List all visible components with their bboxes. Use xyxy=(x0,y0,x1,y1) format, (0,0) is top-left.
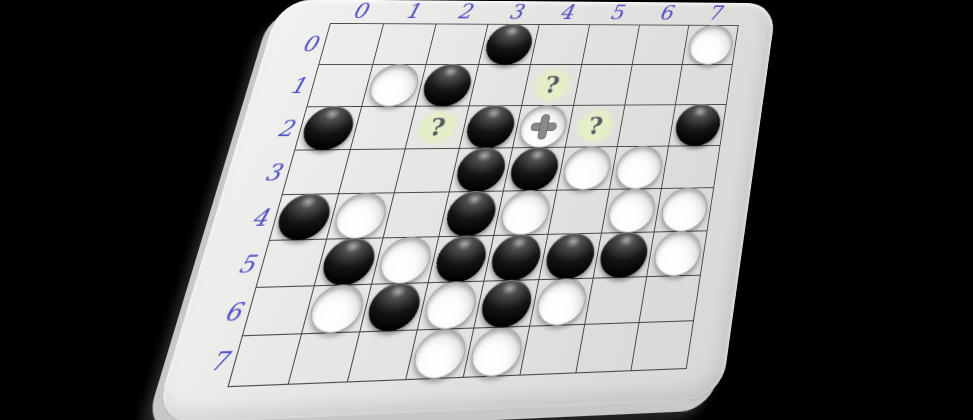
black-disc xyxy=(419,64,475,107)
question-mark-icon: ? xyxy=(586,114,605,138)
cell-5-4 xyxy=(484,235,548,282)
cell-0-6[interactable] xyxy=(633,25,689,65)
cell-7-4 xyxy=(464,327,530,377)
cell-0-3 xyxy=(479,25,539,65)
white-disc xyxy=(658,187,710,232)
black-disc xyxy=(596,232,650,279)
cell-6-7[interactable] xyxy=(639,276,699,323)
white-disc xyxy=(686,25,735,65)
cell-1-6[interactable] xyxy=(625,65,682,106)
cell-6-4 xyxy=(474,280,539,328)
column-label-2: 2 xyxy=(436,0,493,23)
cell-6-6[interactable] xyxy=(585,277,647,325)
white-disc xyxy=(533,278,590,327)
cell-2-3 xyxy=(460,106,522,149)
white-disc xyxy=(467,326,526,377)
white-disc xyxy=(421,281,481,331)
column-label-6: 6 xyxy=(639,1,692,24)
column-label-7: 7 xyxy=(689,2,741,24)
white-disc xyxy=(305,284,368,334)
cell-2-7 xyxy=(669,105,726,147)
white-disc xyxy=(605,188,659,234)
hint-move[interactable]: ? xyxy=(524,64,580,106)
column-label-5: 5 xyxy=(589,1,643,24)
cell-0-2[interactable] xyxy=(426,24,488,65)
cell-3-4 xyxy=(504,148,566,192)
cell-5-6 xyxy=(594,232,655,278)
column-labels: 01234567 xyxy=(330,0,740,24)
cell-1-5[interactable] xyxy=(574,65,633,106)
cell-3-6 xyxy=(610,147,669,190)
white-disc xyxy=(516,105,571,148)
white-disc xyxy=(613,146,666,190)
cell-0-4[interactable] xyxy=(531,25,590,65)
othello-app: 01234567 01234567 ??? xyxy=(0,0,973,420)
black-disc xyxy=(482,24,536,65)
cell-1-3[interactable] xyxy=(469,65,530,106)
cell-4-4 xyxy=(494,191,557,236)
cell-4-3 xyxy=(439,192,504,238)
black-disc xyxy=(542,233,598,280)
cell-0-7 xyxy=(683,26,738,65)
question-mark-icon: ? xyxy=(542,73,561,97)
last-move-marker xyxy=(517,106,569,147)
cell-3-5 xyxy=(557,147,618,191)
cell-5-5 xyxy=(539,234,601,280)
white-disc xyxy=(560,146,614,190)
cell-7-7[interactable] xyxy=(632,321,693,370)
cell-0-5[interactable] xyxy=(582,25,640,65)
cell-2-6[interactable] xyxy=(618,105,676,147)
hint-move[interactable]: ? xyxy=(568,105,623,148)
cell-2-4 xyxy=(513,106,574,148)
black-disc xyxy=(463,105,519,149)
cell-7-6[interactable] xyxy=(576,323,639,372)
black-disc xyxy=(432,235,491,283)
black-disc xyxy=(477,279,535,328)
column-label-4: 4 xyxy=(539,0,594,23)
black-disc xyxy=(363,282,424,332)
white-disc xyxy=(650,230,703,277)
cell-4-6 xyxy=(602,189,662,234)
cell-1-4[interactable]: ? xyxy=(522,65,582,106)
black-disc xyxy=(453,147,510,192)
column-label-1: 1 xyxy=(383,0,441,23)
hint-move[interactable]: ? xyxy=(407,105,466,149)
white-disc xyxy=(365,64,423,107)
white-disc xyxy=(497,190,553,236)
cell-2-5[interactable]: ? xyxy=(566,105,626,147)
white-disc xyxy=(375,236,435,284)
cell-4-5[interactable] xyxy=(548,190,609,235)
othello-board: 01234567 01234567 ??? xyxy=(228,23,737,385)
black-disc xyxy=(507,147,562,192)
cell-1-2 xyxy=(416,65,479,107)
column-label-0: 0 xyxy=(330,0,389,22)
black-disc xyxy=(298,106,358,151)
cell-6-5 xyxy=(530,279,594,327)
cell-5-7 xyxy=(647,231,707,277)
cell-4-7 xyxy=(655,188,714,232)
black-disc xyxy=(487,234,544,282)
question-mark-icon: ? xyxy=(427,115,448,140)
black-disc xyxy=(318,237,380,286)
white-disc xyxy=(409,328,470,379)
white-disc xyxy=(330,192,391,239)
black-disc xyxy=(273,193,335,241)
cell-7-5[interactable] xyxy=(521,325,586,375)
black-disc xyxy=(672,104,723,146)
cell-3-3 xyxy=(450,148,513,192)
black-disc xyxy=(442,191,500,237)
column-label-3: 3 xyxy=(488,0,544,23)
cell-5-3 xyxy=(429,236,495,283)
cell-1-7[interactable] xyxy=(676,65,732,105)
cell-3-7[interactable] xyxy=(662,146,720,189)
